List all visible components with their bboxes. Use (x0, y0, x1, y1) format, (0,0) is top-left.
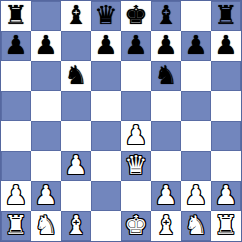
square-e7[interactable]: ♟ (121, 31, 151, 61)
square-c6[interactable]: ♞ (61, 61, 91, 91)
square-b6[interactable] (31, 61, 61, 91)
square-c3[interactable]: ♟ (61, 151, 91, 181)
square-g7[interactable]: ♟ (181, 31, 211, 61)
chess-board: ♜♝♛♚♝♜♟♟♟♟♟♟♟♞♞♟♟♛♟♟♟♟♟♜♞♝♚♝♞♜ (0, 0, 242, 242)
piece-black-knight[interactable]: ♞ (64, 62, 87, 88)
piece-white-pawn[interactable]: ♟ (184, 182, 207, 208)
piece-black-rook[interactable]: ♜ (4, 2, 27, 28)
square-e5[interactable] (121, 91, 151, 121)
square-g1[interactable]: ♞ (181, 211, 211, 241)
piece-black-pawn[interactable]: ♟ (154, 32, 177, 58)
piece-white-knight[interactable]: ♞ (184, 212, 207, 238)
piece-white-bishop[interactable]: ♝ (64, 212, 87, 238)
square-e3[interactable]: ♛ (121, 151, 151, 181)
piece-black-king[interactable]: ♚ (124, 2, 147, 28)
square-f7[interactable]: ♟ (151, 31, 181, 61)
square-h7[interactable]: ♟ (211, 31, 241, 61)
square-d3[interactable] (91, 151, 121, 181)
square-c4[interactable] (61, 121, 91, 151)
square-e1[interactable]: ♚ (121, 211, 151, 241)
square-e4[interactable]: ♟ (121, 121, 151, 151)
square-c8[interactable]: ♝ (61, 1, 91, 31)
square-a2[interactable]: ♟ (1, 181, 31, 211)
piece-black-bishop[interactable]: ♝ (64, 2, 87, 28)
square-d1[interactable] (91, 211, 121, 241)
piece-black-pawn[interactable]: ♟ (184, 32, 207, 58)
piece-white-pawn[interactable]: ♟ (124, 122, 147, 148)
square-g8[interactable] (181, 1, 211, 31)
square-d5[interactable] (91, 91, 121, 121)
square-e2[interactable] (121, 181, 151, 211)
piece-black-pawn[interactable]: ♟ (94, 32, 117, 58)
square-a6[interactable] (1, 61, 31, 91)
square-a5[interactable] (1, 91, 31, 121)
square-c7[interactable] (61, 31, 91, 61)
square-d8[interactable]: ♛ (91, 1, 121, 31)
square-h6[interactable] (211, 61, 241, 91)
square-g3[interactable] (181, 151, 211, 181)
piece-black-rook[interactable]: ♜ (214, 2, 237, 28)
square-a7[interactable]: ♟ (1, 31, 31, 61)
square-g4[interactable] (181, 121, 211, 151)
square-e6[interactable] (121, 61, 151, 91)
piece-black-bishop[interactable]: ♝ (154, 2, 177, 28)
square-a8[interactable]: ♜ (1, 1, 31, 31)
square-f5[interactable] (151, 91, 181, 121)
piece-white-king[interactable]: ♚ (124, 212, 147, 238)
square-d4[interactable] (91, 121, 121, 151)
piece-black-pawn[interactable]: ♟ (214, 32, 237, 58)
square-d7[interactable]: ♟ (91, 31, 121, 61)
square-a3[interactable] (1, 151, 31, 181)
piece-black-queen[interactable]: ♛ (94, 2, 117, 28)
square-f2[interactable]: ♟ (151, 181, 181, 211)
square-f6[interactable]: ♞ (151, 61, 181, 91)
square-f3[interactable] (151, 151, 181, 181)
square-h2[interactable]: ♟ (211, 181, 241, 211)
square-b5[interactable] (31, 91, 61, 121)
square-h5[interactable] (211, 91, 241, 121)
piece-white-knight[interactable]: ♞ (34, 212, 57, 238)
square-f4[interactable] (151, 121, 181, 151)
square-h1[interactable]: ♜ (211, 211, 241, 241)
square-b7[interactable]: ♟ (31, 31, 61, 61)
piece-white-rook[interactable]: ♜ (4, 212, 27, 238)
square-d6[interactable] (91, 61, 121, 91)
piece-white-bishop[interactable]: ♝ (154, 212, 177, 238)
square-b3[interactable] (31, 151, 61, 181)
square-b1[interactable]: ♞ (31, 211, 61, 241)
piece-white-rook[interactable]: ♜ (214, 212, 237, 238)
square-e8[interactable]: ♚ (121, 1, 151, 31)
piece-black-knight[interactable]: ♞ (154, 62, 177, 88)
square-g5[interactable] (181, 91, 211, 121)
square-a4[interactable] (1, 121, 31, 151)
square-h4[interactable] (211, 121, 241, 151)
piece-black-pawn[interactable]: ♟ (34, 32, 57, 58)
piece-white-pawn[interactable]: ♟ (64, 152, 87, 178)
square-c2[interactable] (61, 181, 91, 211)
piece-white-queen[interactable]: ♛ (124, 152, 147, 178)
square-f8[interactable]: ♝ (151, 1, 181, 31)
square-b4[interactable] (31, 121, 61, 151)
square-g6[interactable] (181, 61, 211, 91)
piece-black-pawn[interactable]: ♟ (124, 32, 147, 58)
square-b2[interactable]: ♟ (31, 181, 61, 211)
piece-white-pawn[interactable]: ♟ (214, 182, 237, 208)
piece-white-pawn[interactable]: ♟ (4, 182, 27, 208)
square-g2[interactable]: ♟ (181, 181, 211, 211)
piece-white-pawn[interactable]: ♟ (34, 182, 57, 208)
square-h3[interactable] (211, 151, 241, 181)
square-c5[interactable] (61, 91, 91, 121)
piece-black-pawn[interactable]: ♟ (4, 32, 27, 58)
square-b8[interactable] (31, 1, 61, 31)
square-h8[interactable]: ♜ (211, 1, 241, 31)
square-f1[interactable]: ♝ (151, 211, 181, 241)
square-d2[interactable] (91, 181, 121, 211)
piece-white-pawn[interactable]: ♟ (154, 182, 177, 208)
square-a1[interactable]: ♜ (1, 211, 31, 241)
square-c1[interactable]: ♝ (61, 211, 91, 241)
